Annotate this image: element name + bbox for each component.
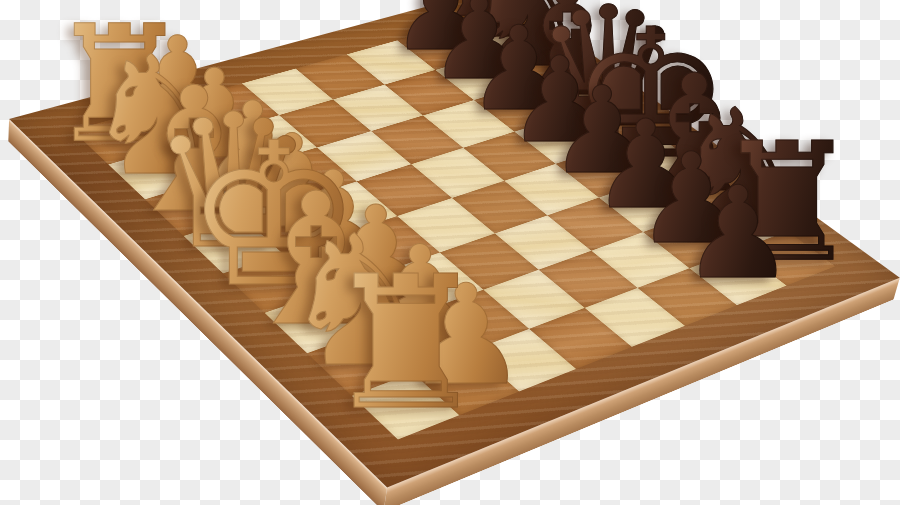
bottom-white-strip bbox=[0, 505, 900, 520]
square-e3 bbox=[341, 216, 440, 272]
square-g5 bbox=[539, 251, 638, 308]
square-e1 bbox=[223, 254, 325, 313]
square-g2 bbox=[368, 310, 472, 372]
square-f1 bbox=[264, 292, 368, 354]
square-f3 bbox=[383, 252, 483, 310]
square-f2 bbox=[325, 272, 427, 332]
transparent-checkerboard-background: ♜♞♝♛♚♝♞♜♟♟♟♟♟♟♟♟♟♟♟♟♟♟♟♟♜♞♝♛♚♝♞♜ bbox=[0, 0, 900, 520]
square-h4 bbox=[529, 308, 632, 369]
board-squares-grid bbox=[72, 14, 835, 440]
square-c1 bbox=[145, 181, 243, 235]
square-h6 bbox=[638, 268, 737, 326]
square-h1 bbox=[352, 372, 460, 439]
square-d3 bbox=[301, 181, 398, 234]
square-e2 bbox=[283, 234, 383, 291]
square-g4 bbox=[484, 270, 585, 329]
square-h3 bbox=[472, 328, 576, 391]
square-f4 bbox=[440, 233, 539, 289]
square-h7 bbox=[689, 249, 787, 305]
square-h2 bbox=[413, 350, 519, 415]
square-e4 bbox=[398, 198, 495, 252]
board-top-face bbox=[9, 0, 900, 488]
square-d1 bbox=[183, 217, 283, 274]
square-g6 bbox=[592, 232, 689, 287]
square-f5 bbox=[495, 215, 592, 270]
square-h5 bbox=[584, 287, 685, 346]
square-g1 bbox=[307, 331, 413, 395]
square-d2 bbox=[243, 199, 341, 254]
square-g3 bbox=[427, 290, 529, 350]
chess-board bbox=[9, 0, 900, 488]
square-c2 bbox=[204, 164, 300, 217]
